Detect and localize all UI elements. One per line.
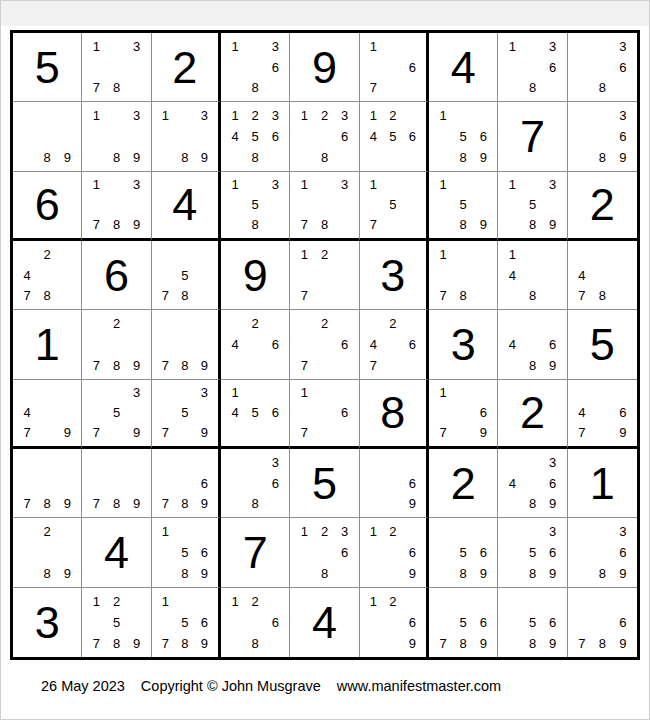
- cell-r2c4: 1234568: [221, 102, 290, 171]
- sudoku-board: 5137821368916741368368891389138912345681…: [10, 30, 640, 660]
- candidate-digit: 9: [195, 563, 214, 584]
- candidate-digit: 5: [453, 542, 473, 563]
- cell-r5c1: 1: [13, 310, 82, 379]
- candidate-digit: 8: [175, 286, 194, 307]
- candidate-digit: 9: [57, 494, 77, 515]
- cell-r3c6: 157: [360, 172, 429, 241]
- candidate-digit: 8: [453, 563, 473, 584]
- solved-digit: 2: [152, 33, 218, 101]
- candidate-digit: 1: [433, 105, 453, 126]
- candidate-digit: 4: [502, 334, 522, 355]
- candidate-digit: 6: [335, 334, 355, 355]
- candidate-digit: 8: [522, 633, 542, 654]
- cell-r8c5: 12368: [290, 518, 359, 587]
- cell-r1c3: 2: [152, 33, 221, 102]
- candidate-digit: 6: [613, 57, 633, 78]
- candidate-digit: 7: [364, 215, 383, 235]
- candidate-digit: 2: [314, 105, 334, 126]
- candidate-digit: 7: [156, 633, 175, 654]
- candidate-digit: 1: [502, 36, 522, 57]
- pencil-marks: 789: [13, 449, 81, 517]
- candidate-digit: 5: [106, 612, 126, 633]
- pencil-marks: 1269: [360, 588, 426, 657]
- pencil-marks: 1368: [221, 33, 289, 101]
- pencil-marks: 3579: [82, 380, 150, 446]
- pencil-marks: 479: [13, 380, 81, 446]
- pencil-marks: 89: [13, 102, 81, 170]
- candidate-digit: 2: [106, 591, 126, 612]
- candidate-digit: 7: [86, 355, 106, 376]
- candidate-digit: 4: [225, 403, 245, 423]
- candidate-digit: 6: [195, 542, 214, 563]
- pencil-marks: 2789: [82, 310, 150, 378]
- candidate-digit: 8: [522, 494, 542, 515]
- candidate-digit: 1: [225, 36, 245, 57]
- candidate-digit: 1: [156, 105, 175, 126]
- candidate-digit: 9: [543, 494, 563, 515]
- candidate-digit: 8: [37, 147, 57, 168]
- candidate-digit: 7: [572, 633, 592, 654]
- candidate-digit: 9: [403, 494, 422, 515]
- candidate-digit: 9: [127, 355, 147, 376]
- pencil-marks: 178: [429, 241, 497, 309]
- candidate-digit: 8: [592, 633, 612, 654]
- solved-digit: 9: [290, 33, 358, 101]
- candidate-digit: 5: [453, 126, 473, 147]
- candidate-digit: 6: [335, 126, 355, 147]
- solved-digit: 4: [152, 172, 218, 238]
- pencil-marks: 4689: [498, 310, 566, 378]
- candidate-digit: 8: [245, 147, 265, 168]
- candidate-digit: 3: [613, 105, 633, 126]
- candidate-digit: 8: [522, 215, 542, 235]
- cell-r9c4: 1268: [221, 588, 290, 657]
- pencil-marks: 156789: [152, 588, 218, 657]
- candidate-digit: 3: [335, 105, 355, 126]
- candidate-digit: 3: [543, 452, 563, 473]
- candidate-digit: 9: [473, 147, 493, 168]
- cell-r9c2: 125789: [82, 588, 151, 657]
- candidate-digit: 9: [195, 494, 214, 515]
- candidate-digit: 8: [106, 494, 126, 515]
- candidate-digit: 3: [265, 36, 285, 57]
- candidate-digit: 9: [403, 633, 422, 654]
- cell-r6c6: 8: [360, 380, 429, 449]
- candidate-digit: 1: [225, 175, 245, 195]
- pencil-marks: 1269: [360, 518, 426, 586]
- cell-r6c3: 3579: [152, 380, 221, 449]
- candidate-digit: 9: [543, 633, 563, 654]
- candidate-digit: 6: [613, 612, 633, 633]
- candidate-digit: 5: [175, 265, 194, 286]
- cell-r1c5: 9: [290, 33, 359, 102]
- candidate-digit: 4: [364, 126, 383, 147]
- candidate-digit: 7: [17, 286, 37, 307]
- candidate-digit: 6: [613, 542, 633, 563]
- pencil-marks: 368: [221, 449, 289, 517]
- pencil-marks: 35689: [498, 518, 566, 586]
- footer-date: 26 May 2023: [41, 678, 125, 694]
- candidate-digit: 3: [127, 105, 147, 126]
- candidate-digit: 8: [37, 563, 57, 584]
- candidate-digit: 1: [86, 175, 106, 195]
- cell-r1c6: 167: [360, 33, 429, 102]
- cell-r2c6: 12456: [360, 102, 429, 171]
- candidate-digit: 8: [37, 494, 57, 515]
- pencil-marks: 1378: [82, 33, 150, 101]
- candidate-digit: 9: [127, 494, 147, 515]
- candidate-digit: 1: [225, 383, 245, 403]
- candidate-digit: 5: [522, 612, 542, 633]
- cell-r7c2: 789: [82, 449, 151, 518]
- candidate-digit: 6: [403, 473, 422, 494]
- candidate-digit: 8: [245, 494, 265, 515]
- candidate-digit: 6: [265, 612, 285, 633]
- candidate-digit: 1: [86, 591, 106, 612]
- candidate-digit: 4: [572, 265, 592, 286]
- cell-r4c3: 578: [152, 241, 221, 310]
- candidate-digit: 9: [613, 633, 633, 654]
- candidate-digit: 5: [383, 126, 402, 147]
- cell-r7c1: 789: [13, 449, 82, 518]
- candidate-digit: 7: [156, 423, 175, 443]
- candidate-digit: 8: [453, 147, 473, 168]
- cell-r2c1: 89: [13, 102, 82, 171]
- candidate-digit: 2: [37, 244, 57, 265]
- candidate-digit: 1: [294, 105, 314, 126]
- cell-r7c8: 34689: [498, 449, 567, 518]
- candidate-digit: 6: [265, 126, 285, 147]
- pencil-marks: 157: [360, 172, 426, 238]
- solved-digit: 1: [568, 449, 637, 517]
- solved-digit: 9: [221, 241, 289, 309]
- candidate-digit: 2: [245, 313, 265, 334]
- cell-r9c1: 3: [13, 588, 82, 657]
- pencil-marks: 34689: [498, 449, 566, 517]
- cell-r5c9: 5: [568, 310, 637, 379]
- cell-r3c3: 4: [152, 172, 221, 241]
- candidate-digit: 4: [225, 334, 245, 355]
- cell-r3c7: 1589: [429, 172, 498, 241]
- pencil-marks: 1389: [152, 102, 218, 170]
- pencil-marks: 289: [13, 518, 81, 586]
- cell-r6c4: 1456: [221, 380, 290, 449]
- cell-r9c8: 5689: [498, 588, 567, 657]
- cell-r8c7: 5689: [429, 518, 498, 587]
- cell-r3c8: 13589: [498, 172, 567, 241]
- cell-r2c8: 7: [498, 102, 567, 171]
- candidate-digit: 6: [335, 542, 355, 563]
- cell-r6c2: 3579: [82, 380, 151, 449]
- cell-r2c3: 1389: [152, 102, 221, 171]
- cell-r4c1: 2478: [13, 241, 82, 310]
- pencil-marks: 12368: [290, 518, 358, 586]
- candidate-digit: 6: [195, 612, 214, 633]
- cell-r3c5: 1378: [290, 172, 359, 241]
- candidate-digit: 7: [294, 215, 314, 235]
- cell-r5c8: 4689: [498, 310, 567, 379]
- cell-r2c7: 15689: [429, 102, 498, 171]
- candidate-digit: 7: [86, 215, 106, 235]
- candidate-digit: 7: [433, 286, 453, 307]
- cell-r2c2: 1389: [82, 102, 151, 171]
- candidate-digit: 6: [473, 542, 493, 563]
- cell-r9c9: 6789: [568, 588, 637, 657]
- cell-r4c8: 148: [498, 241, 567, 310]
- solved-digit: 4: [290, 588, 358, 657]
- candidate-digit: 8: [175, 355, 194, 376]
- cell-r9c6: 1269: [360, 588, 429, 657]
- cell-r7c5: 5: [290, 449, 359, 518]
- candidate-digit: 8: [453, 215, 473, 235]
- candidate-digit: 3: [543, 175, 563, 195]
- cell-r4c9: 478: [568, 241, 637, 310]
- candidate-digit: 8: [592, 147, 612, 168]
- pencil-marks: 6789: [152, 449, 218, 517]
- candidate-digit: 7: [433, 423, 453, 443]
- candidate-digit: 9: [127, 633, 147, 654]
- pencil-marks: 12456: [360, 102, 426, 170]
- candidate-digit: 6: [335, 403, 355, 423]
- cell-r1c8: 1368: [498, 33, 567, 102]
- candidate-digit: 9: [195, 147, 214, 168]
- pencil-marks: 13789: [82, 172, 150, 238]
- cell-r1c9: 368: [568, 33, 637, 102]
- cell-r8c3: 15689: [152, 518, 221, 587]
- cell-r8c2: 4: [82, 518, 151, 587]
- candidate-digit: 8: [453, 633, 473, 654]
- cell-r3c4: 1358: [221, 172, 290, 241]
- candidate-digit: 5: [383, 195, 402, 215]
- candidate-digit: 2: [314, 521, 334, 542]
- candidate-digit: 2: [314, 313, 334, 334]
- pencil-marks: 368: [568, 33, 637, 101]
- cell-r8c8: 35689: [498, 518, 567, 587]
- cell-r8c9: 3689: [568, 518, 637, 587]
- solved-digit: 6: [82, 241, 150, 309]
- candidate-digit: 8: [106, 633, 126, 654]
- candidate-digit: 6: [403, 57, 422, 78]
- candidate-digit: 8: [592, 563, 612, 584]
- candidate-digit: 8: [314, 563, 334, 584]
- candidate-digit: 7: [86, 494, 106, 515]
- cell-r5c4: 246: [221, 310, 290, 379]
- cell-r3c2: 13789: [82, 172, 151, 241]
- candidate-digit: 1: [364, 36, 383, 57]
- cell-r3c1: 6: [13, 172, 82, 241]
- solved-digit: 3: [429, 310, 497, 378]
- candidate-digit: 6: [543, 612, 563, 633]
- candidate-digit: 9: [473, 423, 493, 443]
- candidate-digit: 5: [453, 195, 473, 215]
- solved-digit: 6: [13, 172, 81, 238]
- candidate-digit: 3: [613, 521, 633, 542]
- candidate-digit: 2: [106, 313, 126, 334]
- cell-r9c3: 156789: [152, 588, 221, 657]
- candidate-digit: 2: [245, 591, 265, 612]
- candidate-digit: 3: [543, 521, 563, 542]
- candidate-digit: 5: [522, 542, 542, 563]
- solved-digit: 2: [498, 380, 566, 446]
- candidate-digit: 7: [572, 286, 592, 307]
- candidate-digit: 1: [364, 175, 383, 195]
- candidate-digit: 6: [265, 473, 285, 494]
- candidate-digit: 8: [106, 215, 126, 235]
- cell-r5c7: 3: [429, 310, 498, 379]
- candidate-digit: 9: [613, 423, 633, 443]
- cell-r8c1: 289: [13, 518, 82, 587]
- candidate-digit: 6: [613, 126, 633, 147]
- candidate-digit: 9: [57, 147, 77, 168]
- candidate-digit: 9: [127, 423, 147, 443]
- candidate-digit: 3: [265, 175, 285, 195]
- candidate-digit: 8: [314, 215, 334, 235]
- candidate-digit: 9: [195, 423, 214, 443]
- candidate-digit: 4: [502, 265, 522, 286]
- candidate-digit: 4: [364, 334, 383, 355]
- pencil-marks: 2478: [13, 241, 81, 309]
- candidate-digit: 2: [383, 313, 402, 334]
- candidate-digit: 8: [592, 286, 612, 307]
- candidate-digit: 6: [613, 403, 633, 423]
- candidate-digit: 3: [265, 452, 285, 473]
- pencil-marks: 12368: [290, 102, 358, 170]
- candidate-digit: 9: [543, 563, 563, 584]
- candidate-digit: 4: [572, 403, 592, 423]
- candidate-digit: 4: [502, 473, 522, 494]
- pencil-marks: 267: [290, 310, 358, 378]
- pencil-marks: 246: [221, 310, 289, 378]
- pencil-marks: 3579: [152, 380, 218, 446]
- candidate-digit: 3: [265, 105, 285, 126]
- candidate-digit: 5: [175, 403, 194, 423]
- cell-r2c9: 3689: [568, 102, 637, 171]
- candidate-digit: 6: [195, 473, 214, 494]
- candidate-digit: 9: [403, 563, 422, 584]
- candidate-digit: 6: [403, 542, 422, 563]
- cell-r6c7: 1679: [429, 380, 498, 449]
- candidate-digit: 8: [522, 286, 542, 307]
- candidate-digit: 3: [613, 36, 633, 57]
- cell-r5c6: 2467: [360, 310, 429, 379]
- cell-r4c4: 9: [221, 241, 290, 310]
- pencil-marks: 1389: [82, 102, 150, 170]
- solved-digit: 3: [360, 241, 426, 309]
- candidate-digit: 7: [17, 494, 37, 515]
- candidate-digit: 6: [543, 542, 563, 563]
- candidate-digit: 1: [225, 105, 245, 126]
- solved-digit: 3: [13, 588, 81, 657]
- cell-r7c6: 69: [360, 449, 429, 518]
- candidate-digit: 8: [106, 78, 126, 99]
- pencil-marks: 6789: [568, 588, 637, 657]
- pencil-marks: 1368: [498, 33, 566, 101]
- candidate-digit: 1: [86, 105, 106, 126]
- candidate-digit: 2: [245, 105, 265, 126]
- candidate-digit: 8: [175, 563, 194, 584]
- cell-r1c1: 5: [13, 33, 82, 102]
- pencil-marks: 148: [498, 241, 566, 309]
- pencil-marks: 478: [568, 241, 637, 309]
- cell-r8c6: 1269: [360, 518, 429, 587]
- candidate-digit: 4: [17, 265, 37, 286]
- cell-r6c8: 2: [498, 380, 567, 449]
- candidate-digit: 9: [57, 563, 77, 584]
- candidate-digit: 8: [245, 633, 265, 654]
- candidate-digit: 3: [127, 175, 147, 195]
- candidate-digit: 1: [502, 175, 522, 195]
- candidate-digit: 1: [502, 244, 522, 265]
- candidate-digit: 5: [453, 612, 473, 633]
- candidate-digit: 7: [364, 355, 383, 376]
- candidate-digit: 8: [175, 633, 194, 654]
- pencil-marks: 789: [82, 449, 150, 517]
- candidate-digit: 9: [613, 563, 633, 584]
- candidate-digit: 6: [473, 403, 493, 423]
- cell-r8c4: 7: [221, 518, 290, 587]
- cell-r4c6: 3: [360, 241, 429, 310]
- pencil-marks: 4679: [568, 380, 637, 446]
- cell-r1c7: 4: [429, 33, 498, 102]
- page: 5137821368916741368368891389138912345681…: [0, 0, 650, 720]
- pencil-marks: 127: [290, 241, 358, 309]
- cell-r5c5: 267: [290, 310, 359, 379]
- pencil-marks: 15689: [152, 518, 218, 586]
- pencil-marks: 1234568: [221, 102, 289, 170]
- pencil-marks: 2467: [360, 310, 426, 378]
- candidate-digit: 8: [453, 286, 473, 307]
- pencil-marks: 3689: [568, 102, 637, 170]
- candidate-digit: 9: [57, 423, 77, 443]
- cell-r5c2: 2789: [82, 310, 151, 379]
- pencil-marks: 1358: [221, 172, 289, 238]
- cell-r7c9: 1: [568, 449, 637, 518]
- candidate-digit: 6: [473, 612, 493, 633]
- candidate-digit: 5: [175, 542, 194, 563]
- cell-r6c1: 479: [13, 380, 82, 449]
- solved-digit: 5: [568, 310, 637, 378]
- candidate-digit: 8: [592, 78, 612, 99]
- candidate-digit: 9: [543, 355, 563, 376]
- candidate-digit: 1: [364, 105, 383, 126]
- candidate-digit: 1: [86, 36, 106, 57]
- pencil-marks: 3689: [568, 518, 637, 586]
- solved-digit: 7: [498, 102, 566, 170]
- candidate-digit: 8: [106, 147, 126, 168]
- candidate-digit: 5: [106, 403, 126, 423]
- pencil-marks: 56789: [429, 588, 497, 657]
- candidate-digit: 7: [86, 423, 106, 443]
- candidate-digit: 8: [175, 494, 194, 515]
- candidate-digit: 6: [265, 403, 285, 423]
- candidate-digit: 8: [314, 147, 334, 168]
- candidate-digit: 7: [294, 286, 314, 307]
- candidate-digit: 7: [86, 78, 106, 99]
- solved-digit: 4: [82, 518, 150, 586]
- candidate-digit: 4: [225, 126, 245, 147]
- candidate-digit: 1: [433, 383, 453, 403]
- candidate-digit: 1: [294, 244, 314, 265]
- footer: 26 May 2023 Copyright © John Musgrave ww…: [41, 676, 501, 696]
- pencil-marks: 13589: [498, 172, 566, 238]
- candidate-digit: 9: [473, 215, 493, 235]
- candidate-digit: 6: [543, 57, 563, 78]
- candidate-digit: 6: [543, 473, 563, 494]
- solved-digit: 5: [290, 449, 358, 517]
- cell-r4c5: 127: [290, 241, 359, 310]
- candidate-digit: 1: [156, 521, 175, 542]
- footer-website: www.manifestmaster.com: [337, 678, 501, 694]
